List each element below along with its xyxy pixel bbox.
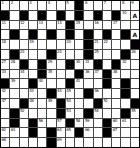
clue-number: 45 — [66, 89, 70, 93]
cell-r0c7[interactable]: 5 — [66, 1, 74, 10]
black-cell-r11c6 — [57, 109, 65, 118]
cell-r11c8[interactable] — [75, 109, 83, 118]
cell-r12c13[interactable]: 61 — [121, 119, 129, 128]
cell-r7c13[interactable] — [121, 70, 129, 79]
clue-number: 33 — [2, 70, 6, 74]
cell-r1c5[interactable] — [47, 11, 55, 20]
clue-number: 15 — [76, 21, 80, 25]
clue-number: 25 — [94, 50, 98, 54]
cell-r14c6[interactable]: 69 — [57, 138, 65, 147]
black-cell-r6c2 — [20, 60, 28, 69]
cell-r13c13[interactable] — [121, 128, 129, 137]
cell-r14c8[interactable] — [75, 138, 83, 147]
clue-number: 5 — [66, 1, 68, 5]
clue-number: 66 — [85, 128, 89, 132]
clue-number: 14 — [57, 21, 61, 25]
cell-r4c2[interactable] — [20, 40, 28, 49]
cell-r4c0[interactable]: 18 — [1, 40, 9, 49]
clue-number: 10 — [122, 11, 126, 15]
cell-r10c0[interactable]: 47 — [1, 99, 9, 108]
cell-r2c3[interactable] — [29, 21, 37, 30]
black-cell-r10c6 — [57, 99, 65, 108]
cell-r2c4[interactable]: 13 — [38, 21, 46, 30]
cell-r0c5[interactable]: 4 — [47, 1, 55, 10]
black-cell-r3c1 — [10, 30, 18, 39]
cell-letter: A — [131, 31, 139, 39]
clue-number: 52 — [20, 109, 24, 113]
cell-r11c7[interactable]: 53 — [66, 109, 74, 118]
cell-r1c3[interactable] — [29, 11, 37, 20]
cell-r13c6[interactable]: 64 — [57, 128, 65, 137]
clue-number: 49 — [48, 99, 52, 103]
black-cell-r2c7 — [66, 21, 74, 30]
cell-r7c6[interactable] — [57, 70, 65, 79]
cell-r10c9[interactable] — [84, 99, 92, 108]
clue-number: 27 — [2, 60, 6, 64]
cell-r4c11[interactable]: 22 — [103, 40, 111, 49]
cell-r0c14[interactable]: 9 — [131, 1, 139, 10]
clue-number: 37 — [94, 70, 98, 74]
cell-r2c0[interactable]: 11 — [1, 21, 9, 30]
cell-r6c13[interactable]: 32 — [121, 60, 129, 69]
cell-r2c2[interactable]: 12 — [20, 21, 28, 30]
cell-r5c8[interactable] — [75, 50, 83, 59]
cell-r4c1[interactable] — [10, 40, 18, 49]
cell-r2c10[interactable]: 16 — [94, 21, 102, 30]
cell-r3c0[interactable] — [1, 30, 9, 39]
black-cell-r3c3 — [29, 30, 37, 39]
cell-r4c10[interactable]: 21 — [94, 40, 102, 49]
cell-r12c5[interactable] — [47, 119, 55, 128]
clue-number: 68 — [2, 138, 6, 142]
cell-r9c10[interactable]: 46 — [94, 89, 102, 98]
clue-number: 65 — [66, 128, 70, 132]
cell-r14c2[interactable] — [20, 138, 28, 147]
clue-number: 32 — [122, 60, 126, 64]
cell-r3c6[interactable] — [57, 30, 65, 39]
clue-number: 60 — [113, 119, 117, 123]
cell-r7c2[interactable]: 34 — [20, 70, 28, 79]
cell-r13c2[interactable] — [20, 128, 28, 137]
clue-number: 44 — [57, 89, 61, 93]
clue-number: 18 — [2, 40, 6, 44]
black-cell-r6c7 — [66, 60, 74, 69]
black-cell-r13c11 — [103, 128, 111, 137]
cell-r7c5[interactable]: 35 — [47, 70, 55, 79]
clue-number: 19 — [29, 40, 33, 44]
cell-r6c11[interactable] — [103, 60, 111, 69]
cell-r5c14[interactable]: 26 — [131, 50, 139, 59]
clue-number: 12 — [20, 21, 24, 25]
cell-r1c9[interactable] — [84, 11, 92, 20]
cell-r3c14[interactable]: A — [131, 30, 139, 39]
clue-number: 28 — [11, 60, 15, 64]
cell-r14c0[interactable]: 68 — [1, 138, 9, 147]
cell-r7c9[interactable]: 36 — [84, 70, 92, 79]
cell-r1c13[interactable]: 10 — [121, 11, 129, 20]
cell-r10c8[interactable] — [75, 99, 83, 108]
clue-number: 46 — [94, 89, 98, 93]
black-cell-r6c4 — [38, 60, 46, 69]
black-cell-r1c2 — [20, 11, 28, 20]
black-cell-r3c9 — [84, 30, 92, 39]
cell-r14c7[interactable] — [66, 138, 74, 147]
clue-number: 1 — [2, 1, 4, 5]
black-cell-r11c13 — [121, 109, 129, 118]
cell-r10c3[interactable]: 48 — [29, 99, 37, 108]
clue-number: 22 — [103, 40, 107, 44]
cell-r8c5[interactable] — [47, 79, 55, 88]
cell-r0c0[interactable]: 1 — [1, 1, 9, 10]
black-cell-r6c12 — [112, 60, 120, 69]
clue-number: 30 — [76, 60, 80, 64]
cell-r2c6[interactable]: 14 — [57, 21, 65, 30]
cell-r12c8[interactable]: 58 — [75, 119, 83, 128]
black-cell-r13c8 — [75, 128, 83, 137]
cell-r14c12[interactable] — [112, 138, 120, 147]
cell-r11c3[interactable] — [29, 109, 37, 118]
black-cell-r6c10 — [94, 60, 102, 69]
cell-r7c7[interactable] — [66, 70, 74, 79]
clue-number: 8 — [122, 1, 124, 5]
cell-r2c13[interactable] — [121, 21, 129, 30]
black-cell-r1c6 — [57, 11, 65, 20]
cell-r14c9[interactable] — [84, 138, 92, 147]
clue-number: 59 — [85, 119, 89, 123]
cell-r12c4[interactable]: 56 — [38, 119, 46, 128]
cell-r11c5[interactable] — [47, 109, 55, 118]
black-cell-r10c14 — [131, 99, 139, 108]
cell-r13c14[interactable] — [131, 128, 139, 137]
cell-r6c9[interactable]: 31 — [84, 60, 92, 69]
cell-r2c9[interactable] — [84, 21, 92, 30]
cell-r9c11[interactable] — [103, 89, 111, 98]
clue-number: 4 — [48, 1, 50, 5]
black-cell-r12c1 — [10, 119, 18, 128]
cell-r0c13[interactable]: 8 — [121, 1, 129, 10]
cell-r8c10[interactable] — [94, 79, 102, 88]
cell-r1c14[interactable]: A — [131, 11, 139, 20]
black-cell-r1c10 — [94, 11, 102, 20]
clue-number: 58 — [76, 119, 80, 123]
cell-r0c2[interactable] — [20, 1, 28, 10]
cell-r7c12[interactable]: 38 — [112, 70, 120, 79]
cell-r8c2[interactable] — [20, 79, 28, 88]
clue-number: 53 — [66, 109, 70, 113]
cell-r12c6[interactable]: 57 — [57, 119, 65, 128]
black-cell-r7c4 — [38, 70, 46, 79]
black-cell-r7c8 — [75, 70, 83, 79]
cell-r5c7[interactable] — [66, 50, 74, 59]
cell-r0c12[interactable] — [112, 1, 120, 10]
cell-r0c1[interactable]: 2 — [10, 1, 18, 10]
cell-r6c0[interactable]: 27 — [1, 60, 9, 69]
cell-r0c11[interactable]: 7 — [103, 1, 111, 10]
cell-r5c6[interactable]: 24 — [57, 50, 65, 59]
cell-r8c4[interactable]: 40 — [38, 79, 46, 88]
cell-r9c6[interactable]: 44 — [57, 89, 65, 98]
cell-r3c2[interactable] — [20, 30, 28, 39]
cell-r2c8[interactable]: 15 — [75, 21, 83, 30]
cell-r9c14[interactable] — [131, 89, 139, 98]
cell-r9c7[interactable]: 45 — [66, 89, 74, 98]
clue-number: 31 — [85, 60, 89, 64]
black-cell-r8c3 — [29, 79, 37, 88]
cell-r8c6[interactable] — [57, 79, 65, 88]
clue-number: 50 — [66, 99, 70, 103]
cell-r0c6[interactable] — [57, 1, 65, 10]
cell-r8c14[interactable] — [131, 79, 139, 88]
clue-number: 47 — [2, 99, 6, 103]
cell-r4c5[interactable] — [47, 40, 55, 49]
cell-r7c0[interactable]: 33 — [1, 70, 9, 79]
black-cell-r10c10 — [94, 99, 102, 108]
cell-r12c14[interactable] — [131, 119, 139, 128]
clue-number: 6 — [85, 1, 87, 5]
crossword-grid: 12345678910A11121314151617A1819202122232… — [0, 0, 140, 148]
clue-number: 7 — [103, 1, 105, 5]
black-cell-r8c11 — [103, 79, 111, 88]
clue-number: 24 — [57, 50, 61, 54]
cell-r9c12[interactable] — [112, 89, 120, 98]
cell-r4c13[interactable] — [121, 40, 129, 49]
crossword-page: 12345678910A11121314151617A1819202122232… — [0, 0, 140, 148]
clue-number: 54 — [94, 109, 98, 113]
cell-r2c14[interactable] — [131, 21, 139, 30]
clue-number: 36 — [85, 70, 89, 74]
clue-number: 3 — [29, 1, 31, 5]
cell-r3c4[interactable] — [38, 30, 46, 39]
cell-r13c0[interactable]: 62 — [1, 128, 9, 137]
cell-r14c1[interactable] — [10, 138, 18, 147]
clue-number: 69 — [57, 138, 61, 142]
black-cell-r3c13 — [121, 30, 129, 39]
clue-number: 42 — [2, 89, 6, 93]
cell-r12c12[interactable]: 60 — [112, 119, 120, 128]
clue-number: 20 — [66, 40, 70, 44]
cell-r1c1[interactable] — [10, 11, 18, 20]
black-cell-r12c7 — [66, 119, 74, 128]
cell-r5c0[interactable] — [1, 50, 9, 59]
black-cell-r4c9 — [84, 40, 92, 49]
clue-number: 16 — [94, 21, 98, 25]
cell-r13c7[interactable]: 65 — [66, 128, 74, 137]
cell-r11c11[interactable] — [103, 109, 111, 118]
cell-r7c1[interactable] — [10, 70, 18, 79]
black-cell-r9c5 — [47, 89, 55, 98]
clue-number: 62 — [2, 128, 6, 132]
black-cell-r13c5 — [47, 128, 55, 137]
cell-r8c9[interactable] — [84, 79, 92, 88]
cell-r12c2[interactable] — [20, 119, 28, 128]
black-cell-r9c13 — [121, 89, 129, 98]
black-cell-r1c8 — [75, 11, 83, 20]
cell-r5c3[interactable] — [29, 50, 37, 59]
black-cell-r4c14 — [131, 40, 139, 49]
black-cell-r7c11 — [103, 70, 111, 79]
black-cell-r5c13 — [121, 50, 129, 59]
cell-r10c13[interactable] — [121, 99, 129, 108]
clue-number: 41 — [76, 79, 80, 83]
cell-r14c11[interactable] — [103, 138, 111, 147]
black-cell-r5c9 — [84, 50, 92, 59]
clue-number: 35 — [48, 70, 52, 74]
clue-number: 64 — [57, 128, 61, 132]
cell-r9c8[interactable] — [75, 89, 83, 98]
cell-r3c8[interactable] — [75, 30, 83, 39]
cell-r13c10[interactable] — [94, 128, 102, 137]
cell-r12c9[interactable]: 59 — [84, 119, 92, 128]
black-cell-r12c11 — [103, 119, 111, 128]
clue-number: 13 — [39, 21, 43, 25]
cell-r9c2[interactable] — [20, 89, 28, 98]
clue-number: 57 — [57, 119, 61, 123]
black-cell-r8c0 — [1, 79, 9, 88]
cell-r13c4[interactable] — [38, 128, 46, 137]
cell-r12c10[interactable] — [94, 119, 102, 128]
black-cell-r1c12 — [112, 11, 120, 20]
cell-r4c8[interactable] — [75, 40, 83, 49]
black-cell-r8c13 — [121, 79, 129, 88]
black-cell-r12c3 — [29, 119, 37, 128]
cell-r5c4[interactable] — [38, 50, 46, 59]
cell-r9c3[interactable]: 43 — [29, 89, 37, 98]
black-cell-r3c7 — [66, 30, 74, 39]
cell-r8c12[interactable] — [112, 79, 120, 88]
black-cell-r11c9 — [84, 109, 92, 118]
cell-r10c4[interactable] — [38, 99, 46, 108]
cell-r7c3[interactable] — [29, 70, 37, 79]
clue-number: 55 — [131, 109, 135, 113]
cell-r4c4[interactable] — [38, 40, 46, 49]
cell-r4c7[interactable]: 20 — [66, 40, 74, 49]
black-cell-r0c8 — [75, 1, 83, 10]
black-cell-r5c1 — [10, 50, 18, 59]
black-cell-r1c4 — [38, 11, 46, 20]
cell-r11c12[interactable] — [112, 109, 120, 118]
cell-r14c10[interactable] — [94, 138, 102, 147]
cell-r2c5[interactable] — [47, 21, 55, 30]
cell-r1c11[interactable] — [103, 11, 111, 20]
clue-number: 26 — [131, 50, 135, 54]
cell-r2c12[interactable]: 17 — [112, 21, 120, 30]
cell-r11c10[interactable]: 54 — [94, 109, 102, 118]
clue-number: 2 — [11, 1, 13, 5]
cell-r11c14[interactable]: 55 — [131, 109, 139, 118]
cell-r13c1[interactable]: 63 — [10, 128, 18, 137]
cell-r6c6[interactable] — [57, 60, 65, 69]
cell-r7c10[interactable]: 37 — [94, 70, 102, 79]
cell-r9c0[interactable]: 42 — [1, 89, 9, 98]
cell-r13c12[interactable]: 67 — [112, 128, 120, 137]
clue-number: 21 — [94, 40, 98, 44]
cell-r11c2[interactable]: 52 — [20, 109, 28, 118]
cell-r3c10[interactable] — [94, 30, 102, 39]
cell-r10c7[interactable]: 50 — [66, 99, 74, 108]
cell-r14c14[interactable] — [131, 138, 139, 147]
clue-number: 38 — [113, 70, 117, 74]
cell-r0c4[interactable] — [38, 1, 46, 10]
cell-r5c10[interactable]: 25 — [94, 50, 102, 59]
black-cell-r14c5 — [47, 138, 55, 147]
black-cell-r1c0 — [1, 11, 9, 20]
cell-r2c11[interactable] — [103, 21, 111, 30]
clue-number: 11 — [2, 21, 6, 25]
cell-r0c3[interactable]: 3 — [29, 1, 37, 10]
cell-r3c12[interactable] — [112, 30, 120, 39]
clue-number: 40 — [39, 79, 43, 83]
clue-number: 63 — [11, 128, 15, 132]
black-cell-r3c11 — [103, 30, 111, 39]
cell-r14c13[interactable] — [121, 138, 129, 147]
cell-r10c11[interactable]: 51 — [103, 99, 111, 108]
clue-number: 39 — [11, 79, 15, 83]
black-cell-r10c2 — [20, 99, 28, 108]
cell-letter: A — [131, 12, 139, 20]
cell-r8c8[interactable]: 41 — [75, 79, 83, 88]
cell-r11c4[interactable] — [38, 109, 46, 118]
black-cell-r11c1 — [10, 109, 18, 118]
black-cell-r3c5 — [47, 30, 55, 39]
cell-r6c3[interactable] — [29, 60, 37, 69]
cell-r7c14[interactable] — [131, 70, 139, 79]
cell-r10c12[interactable] — [112, 99, 120, 108]
clue-number: 56 — [39, 119, 43, 123]
cell-r4c12[interactable] — [112, 40, 120, 49]
cell-r10c1[interactable] — [10, 99, 18, 108]
clue-number: 17 — [113, 21, 117, 25]
cell-r4c3[interactable]: 19 — [29, 40, 37, 49]
clue-number: 67 — [113, 128, 117, 132]
cell-r2c1[interactable] — [10, 21, 18, 30]
cell-r9c4[interactable] — [38, 89, 46, 98]
clue-number: 23 — [20, 50, 24, 54]
clue-number: 29 — [48, 60, 52, 64]
black-cell-r9c9 — [84, 89, 92, 98]
cell-r1c7[interactable] — [66, 11, 74, 20]
cell-r6c1[interactable]: 28 — [10, 60, 18, 69]
cell-r13c9[interactable]: 66 — [84, 128, 92, 137]
cell-r0c10[interactable] — [94, 1, 102, 10]
clue-number: 48 — [29, 99, 33, 103]
cell-r0c9[interactable]: 6 — [84, 1, 92, 10]
cell-r8c1[interactable]: 39 — [10, 79, 18, 88]
cell-r12c0[interactable] — [1, 119, 9, 128]
black-cell-r13c3 — [29, 128, 37, 137]
cell-r6c14[interactable] — [131, 60, 139, 69]
clue-number: 34 — [20, 70, 24, 74]
cell-r5c11[interactable] — [103, 50, 111, 59]
clue-number: 43 — [29, 89, 33, 93]
clue-number: 51 — [103, 99, 107, 103]
black-cell-r8c7 — [66, 79, 74, 88]
cell-r14c3[interactable] — [29, 138, 37, 147]
cell-r5c2[interactable]: 23 — [20, 50, 28, 59]
cell-r6c5[interactable]: 29 — [47, 60, 55, 69]
cell-r10c5[interactable]: 49 — [47, 99, 55, 108]
cell-r5c12[interactable] — [112, 50, 120, 59]
cell-r4c6[interactable] — [57, 40, 65, 49]
cell-r11c0[interactable] — [1, 109, 9, 118]
cell-r6c8[interactable]: 30 — [75, 60, 83, 69]
clue-number: 61 — [122, 119, 126, 123]
clue-number: 9 — [131, 1, 133, 5]
cell-r14c4[interactable] — [38, 138, 46, 147]
black-cell-r5c5 — [47, 50, 55, 59]
cell-r9c1[interactable] — [10, 89, 18, 98]
